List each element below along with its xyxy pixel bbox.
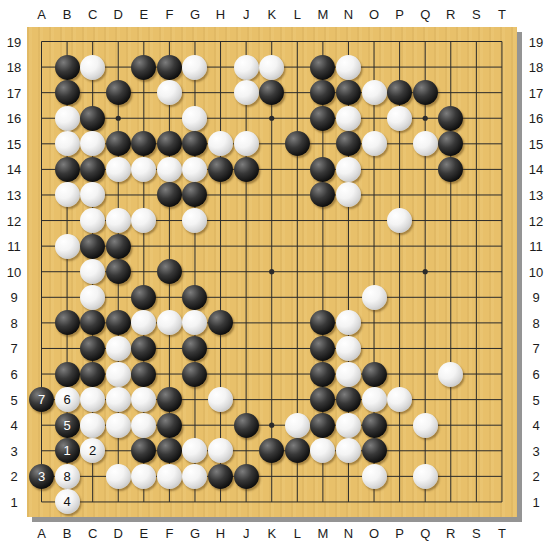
stone-black-D11[interactable] <box>106 234 131 259</box>
coord-left-11: 11 <box>7 239 21 254</box>
coord-bottom-K: K <box>267 526 276 541</box>
stone-black-D8[interactable] <box>106 310 131 335</box>
stone-white-C18[interactable] <box>80 55 105 80</box>
stone-black-F5[interactable] <box>157 387 182 412</box>
stone-white-O17[interactable] <box>362 80 387 105</box>
stone-white-B11[interactable] <box>55 234 80 259</box>
stone-black-Q17[interactable] <box>413 80 438 105</box>
stone-black-O4[interactable] <box>362 413 387 438</box>
stone-black-E9[interactable] <box>131 285 156 310</box>
coord-right-17: 17 <box>529 85 543 100</box>
stone-black-B17[interactable] <box>55 80 80 105</box>
coord-right-2: 2 <box>532 469 539 484</box>
stone-black-N5[interactable] <box>336 387 361 412</box>
stone-black-C16[interactable] <box>80 106 105 131</box>
stone-white-K18[interactable] <box>259 55 284 80</box>
coord-top-O: O <box>369 7 379 22</box>
coord-left-1: 1 <box>10 494 17 509</box>
coord-bottom-S: S <box>472 526 481 541</box>
stone-black-M4[interactable] <box>310 413 335 438</box>
stone-white-B15[interactable] <box>55 131 80 156</box>
go-game-page: 76512384 AABBCCDDEEFFGGHHJJKKLLMMNNOOPPQ… <box>0 0 550 550</box>
stone-black-H2[interactable] <box>208 464 233 489</box>
coord-top-N: N <box>344 7 353 22</box>
stone-black-D15[interactable] <box>106 131 131 156</box>
stone-white-Q2[interactable] <box>413 464 438 489</box>
stone-white-E4[interactable] <box>131 413 156 438</box>
coord-top-A: A <box>37 7 46 22</box>
coord-bottom-J: J <box>243 526 250 541</box>
coord-right-16: 16 <box>529 111 543 126</box>
stone-white-N16[interactable] <box>336 106 361 131</box>
coord-top-P: P <box>395 7 404 22</box>
stone-white-B2[interactable]: 8 <box>55 464 80 489</box>
coord-right-11: 11 <box>529 239 543 254</box>
stone-black-R14[interactable] <box>438 157 463 182</box>
stone-white-J15[interactable] <box>234 131 259 156</box>
stone-black-C7[interactable] <box>80 336 105 361</box>
coord-left-5: 5 <box>10 392 17 407</box>
move-number-1: 1 <box>63 444 70 457</box>
stone-black-M16[interactable] <box>310 106 335 131</box>
stone-black-B4[interactable]: 5 <box>55 413 80 438</box>
coord-right-14: 14 <box>529 162 543 177</box>
coord-top-G: G <box>190 7 200 22</box>
coord-left-18: 18 <box>7 60 21 75</box>
stone-white-O5[interactable] <box>362 387 387 412</box>
star-point-K16 <box>269 116 274 121</box>
stone-white-N14[interactable] <box>336 157 361 182</box>
stone-black-N17[interactable] <box>336 80 361 105</box>
coord-left-17: 17 <box>7 85 21 100</box>
coord-top-F: F <box>165 7 173 22</box>
coord-left-9: 9 <box>10 290 17 305</box>
move-number-3: 3 <box>38 470 45 483</box>
stone-white-D4[interactable] <box>106 413 131 438</box>
star-point-K4 <box>269 423 274 428</box>
coord-bottom-F: F <box>165 526 173 541</box>
coord-bottom-M: M <box>317 526 328 541</box>
coord-top-H: H <box>216 7 225 22</box>
stone-white-P12[interactable] <box>387 208 412 233</box>
coord-right-8: 8 <box>532 315 539 330</box>
coord-right-9: 9 <box>532 290 539 305</box>
stone-white-P16[interactable] <box>387 106 412 131</box>
coord-left-10: 10 <box>7 264 21 279</box>
coord-right-19: 19 <box>529 34 543 49</box>
stone-white-C4[interactable] <box>80 413 105 438</box>
stone-black-G6[interactable] <box>182 362 207 387</box>
coord-left-4: 4 <box>10 418 17 433</box>
coord-bottom-D: D <box>114 526 123 541</box>
coord-right-18: 18 <box>529 60 543 75</box>
coord-right-1: 1 <box>532 494 539 509</box>
stone-black-M6[interactable] <box>310 362 335 387</box>
coord-left-6: 6 <box>10 367 17 382</box>
stone-black-J14[interactable] <box>234 157 259 182</box>
stone-black-D17[interactable] <box>106 80 131 105</box>
move-number-4: 4 <box>63 495 70 508</box>
coord-top-D: D <box>114 7 123 22</box>
coord-right-7: 7 <box>532 341 539 356</box>
coord-left-13: 13 <box>7 187 21 202</box>
stone-black-L3[interactable] <box>285 438 310 463</box>
stone-white-B5[interactable]: 6 <box>55 387 80 412</box>
stone-black-B8[interactable] <box>55 310 80 335</box>
coord-top-T: T <box>498 7 506 22</box>
stone-black-J2[interactable] <box>234 464 259 489</box>
coord-left-19: 19 <box>7 34 21 49</box>
stone-white-D7[interactable] <box>106 336 131 361</box>
stone-black-D10[interactable] <box>106 259 131 284</box>
stone-white-D2[interactable] <box>106 464 131 489</box>
stone-black-C11[interactable] <box>80 234 105 259</box>
stone-white-J18[interactable] <box>234 55 259 80</box>
coord-left-7: 7 <box>10 341 17 356</box>
coord-bottom-O: O <box>369 526 379 541</box>
coord-bottom-P: P <box>395 526 404 541</box>
stone-white-C9[interactable] <box>80 285 105 310</box>
stone-white-B13[interactable] <box>55 182 80 207</box>
stone-black-O6[interactable] <box>362 362 387 387</box>
goban-board[interactable]: 76512384 <box>27 27 517 517</box>
coord-bottom-T: T <box>498 526 506 541</box>
coord-bottom-A: A <box>37 526 46 541</box>
stone-white-N6[interactable] <box>336 362 361 387</box>
stone-white-O9[interactable] <box>362 285 387 310</box>
coord-bottom-E: E <box>139 526 148 541</box>
stone-white-D6[interactable] <box>106 362 131 387</box>
coord-left-14: 14 <box>7 162 21 177</box>
coord-left-16: 16 <box>7 111 21 126</box>
coord-left-8: 8 <box>10 315 17 330</box>
stone-white-D12[interactable] <box>106 208 131 233</box>
stone-black-E6[interactable] <box>131 362 156 387</box>
coord-right-15: 15 <box>529 136 543 151</box>
coord-bottom-N: N <box>344 526 353 541</box>
coord-right-6: 6 <box>532 367 539 382</box>
coord-right-4: 4 <box>532 418 539 433</box>
stone-black-O3[interactable] <box>362 438 387 463</box>
move-number-5: 5 <box>63 419 70 432</box>
stone-black-L15[interactable] <box>285 131 310 156</box>
stone-black-M18[interactable] <box>310 55 335 80</box>
stone-black-B14[interactable] <box>55 157 80 182</box>
move-number-8: 8 <box>63 470 70 483</box>
stone-white-N18[interactable] <box>336 55 361 80</box>
stone-white-L4[interactable] <box>285 413 310 438</box>
coord-top-Q: Q <box>420 7 430 22</box>
stone-white-F2[interactable] <box>157 464 182 489</box>
stone-white-Q15[interactable] <box>413 131 438 156</box>
star-point-K10 <box>269 269 274 274</box>
stone-white-B1[interactable]: 4 <box>55 489 80 514</box>
coord-right-3: 3 <box>532 443 539 458</box>
stone-black-J4[interactable] <box>234 413 259 438</box>
coord-top-C: C <box>88 7 97 22</box>
coord-left-3: 3 <box>10 443 17 458</box>
stone-black-E18[interactable] <box>131 55 156 80</box>
stone-white-O15[interactable] <box>362 131 387 156</box>
stone-white-Q4[interactable] <box>413 413 438 438</box>
stone-white-F14[interactable] <box>157 157 182 182</box>
coord-bottom-C: C <box>88 526 97 541</box>
star-point-D16 <box>116 116 121 121</box>
move-number-2: 2 <box>89 444 96 457</box>
stone-black-F10[interactable] <box>157 259 182 284</box>
stone-black-F18[interactable] <box>157 55 182 80</box>
stone-black-C6[interactable] <box>80 362 105 387</box>
coord-top-J: J <box>243 7 250 22</box>
coord-right-13: 13 <box>529 187 543 202</box>
coord-right-10: 10 <box>529 264 543 279</box>
stone-white-G18[interactable] <box>182 55 207 80</box>
stone-black-F3[interactable] <box>157 438 182 463</box>
coord-top-K: K <box>267 7 276 22</box>
coord-bottom-Q: Q <box>420 526 430 541</box>
coord-top-E: E <box>139 7 148 22</box>
coord-bottom-G: G <box>190 526 200 541</box>
stone-black-B6[interactable] <box>55 362 80 387</box>
stone-black-R16[interactable] <box>438 106 463 131</box>
coord-top-S: S <box>472 7 481 22</box>
stone-black-H14[interactable] <box>208 157 233 182</box>
coord-bottom-H: H <box>216 526 225 541</box>
stone-black-B18[interactable] <box>55 55 80 80</box>
move-number-7: 7 <box>38 393 45 406</box>
coord-top-L: L <box>294 7 301 22</box>
coord-left-2: 2 <box>10 469 17 484</box>
stone-white-O2[interactable] <box>362 464 387 489</box>
coord-top-R: R <box>446 7 455 22</box>
stone-white-J17[interactable] <box>234 80 259 105</box>
stone-white-H5[interactable] <box>208 387 233 412</box>
stone-white-B16[interactable] <box>55 106 80 131</box>
stone-black-C14[interactable] <box>80 157 105 182</box>
coord-top-B: B <box>63 7 72 22</box>
coord-top-M: M <box>317 7 328 22</box>
stone-black-B3[interactable]: 1 <box>55 438 80 463</box>
stone-white-D14[interactable] <box>106 157 131 182</box>
move-number-6: 6 <box>63 393 70 406</box>
stone-white-N4[interactable] <box>336 413 361 438</box>
stone-black-F4[interactable] <box>157 413 182 438</box>
coord-left-15: 15 <box>7 136 21 151</box>
stone-black-A5[interactable]: 7 <box>29 387 54 412</box>
stone-white-R6[interactable] <box>438 362 463 387</box>
coord-bottom-B: B <box>63 526 72 541</box>
coord-right-12: 12 <box>529 213 543 228</box>
stone-white-N7[interactable] <box>336 336 361 361</box>
coord-right-5: 5 <box>532 392 539 407</box>
star-point-Q16 <box>423 116 428 121</box>
coord-bottom-R: R <box>446 526 455 541</box>
stone-black-A2[interactable]: 3 <box>29 464 54 489</box>
coord-left-12: 12 <box>7 213 21 228</box>
star-point-Q10 <box>423 269 428 274</box>
stone-white-F17[interactable] <box>157 80 182 105</box>
stone-white-D5[interactable] <box>106 387 131 412</box>
coord-bottom-L: L <box>294 526 301 541</box>
